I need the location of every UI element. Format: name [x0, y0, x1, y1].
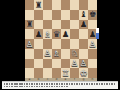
black-pawn: ♟ — [80, 20, 88, 29]
black-king: ♚ — [89, 11, 97, 19]
square-a6[interactable]: ♜ — [25, 20, 34, 30]
square-c1[interactable] — [43, 68, 52, 78]
square-c4[interactable] — [43, 39, 52, 49]
square-e1[interactable]: ♖ — [61, 68, 70, 78]
square-d4[interactable] — [52, 39, 61, 49]
square-d2[interactable] — [52, 59, 61, 69]
square-g6[interactable]: ♟ — [79, 20, 88, 30]
square-f5[interactable] — [70, 29, 79, 39]
white-bishop: ♗ — [53, 50, 61, 59]
square-d5[interactable]: ♛ — [52, 29, 61, 39]
square-b7[interactable] — [34, 10, 43, 20]
chess-board: ♜♝♚♜♟♟♗♛♟♟♙♙♙♗♘♙♙♖♔ — [25, 0, 97, 78]
status-text-area — [2, 81, 118, 89]
white-rook: ♖ — [62, 69, 70, 78]
square-e7[interactable] — [61, 10, 70, 20]
status-line-1 — [4, 83, 116, 85]
square-e2[interactable] — [61, 59, 70, 69]
black-bishop: ♝ — [80, 11, 88, 19]
square-a4[interactable]: ♙ — [25, 39, 34, 49]
square-b3[interactable] — [34, 49, 43, 59]
scrollbar-thumb[interactable] — [96, 33, 99, 39]
white-pawn: ♙ — [26, 40, 34, 49]
square-f4[interactable] — [70, 39, 79, 49]
square-a5[interactable] — [25, 29, 34, 39]
square-e5[interactable]: ♟ — [61, 29, 70, 39]
status-line-2 — [4, 86, 68, 88]
square-b6[interactable] — [34, 20, 43, 30]
square-g3[interactable] — [79, 49, 88, 59]
square-a1[interactable] — [25, 68, 34, 78]
square-h1[interactable] — [88, 68, 97, 78]
square-a3[interactable] — [25, 49, 34, 59]
square-c8[interactable] — [43, 0, 52, 10]
white-pawn: ♙ — [44, 50, 52, 59]
square-f2[interactable]: ♙ — [70, 59, 79, 69]
square-c7[interactable] — [43, 10, 52, 20]
square-d8[interactable] — [52, 0, 61, 10]
square-g7[interactable]: ♝ — [79, 10, 88, 20]
black-pawn: ♟ — [62, 30, 70, 39]
square-f8[interactable] — [70, 0, 79, 10]
square-c5[interactable]: ♗ — [43, 29, 52, 39]
square-h4[interactable]: ♙ — [88, 39, 97, 49]
square-h2[interactable] — [88, 59, 97, 69]
black-rook: ♜ — [26, 20, 34, 29]
white-pawn: ♙ — [80, 59, 88, 68]
square-b4[interactable] — [34, 39, 43, 49]
square-b2[interactable] — [34, 59, 43, 69]
square-d6[interactable] — [52, 20, 61, 30]
square-e4[interactable] — [61, 39, 70, 49]
square-c2[interactable] — [43, 59, 52, 69]
square-h8[interactable] — [88, 0, 97, 10]
square-h7[interactable]: ♚ — [88, 10, 97, 20]
square-f6[interactable] — [70, 20, 79, 30]
square-h3[interactable] — [88, 49, 97, 59]
white-bishop: ♗ — [44, 30, 52, 39]
scrollbar[interactable] — [96, 28, 99, 39]
square-b1[interactable] — [34, 68, 43, 78]
square-b5[interactable]: ♟ — [34, 29, 43, 39]
white-knight: ♘ — [71, 50, 79, 59]
black-queen: ♛ — [53, 30, 61, 39]
square-c6[interactable] — [43, 20, 52, 30]
square-g4[interactable] — [79, 39, 88, 49]
square-f7[interactable] — [70, 10, 79, 20]
square-e6[interactable] — [61, 20, 70, 30]
square-d1[interactable] — [52, 68, 61, 78]
square-e8[interactable] — [61, 0, 70, 10]
square-g2[interactable]: ♙ — [79, 59, 88, 69]
square-a7[interactable] — [25, 10, 34, 20]
square-d3[interactable]: ♗ — [52, 49, 61, 59]
square-a8[interactable] — [25, 0, 34, 10]
square-e3[interactable] — [61, 49, 70, 59]
square-d7[interactable] — [52, 10, 61, 20]
square-b8[interactable]: ♜ — [34, 0, 43, 10]
square-f1[interactable] — [70, 68, 79, 78]
black-rook: ♜ — [35, 1, 43, 10]
white-king: ♔ — [80, 69, 88, 78]
square-g5[interactable] — [79, 29, 88, 39]
square-g1[interactable]: ♔ — [79, 68, 88, 78]
square-f3[interactable]: ♘ — [70, 49, 79, 59]
white-pawn: ♙ — [89, 40, 97, 49]
square-c3[interactable]: ♙ — [43, 49, 52, 59]
black-pawn: ♟ — [35, 30, 43, 39]
square-g8[interactable] — [79, 0, 88, 10]
square-a2[interactable] — [25, 59, 34, 69]
white-pawn: ♙ — [71, 59, 79, 68]
video-frame: ♜♝♚♜♟♟♗♛♟♟♙♙♙♗♘♙♙♖♔ abcdefgh — [0, 0, 120, 90]
